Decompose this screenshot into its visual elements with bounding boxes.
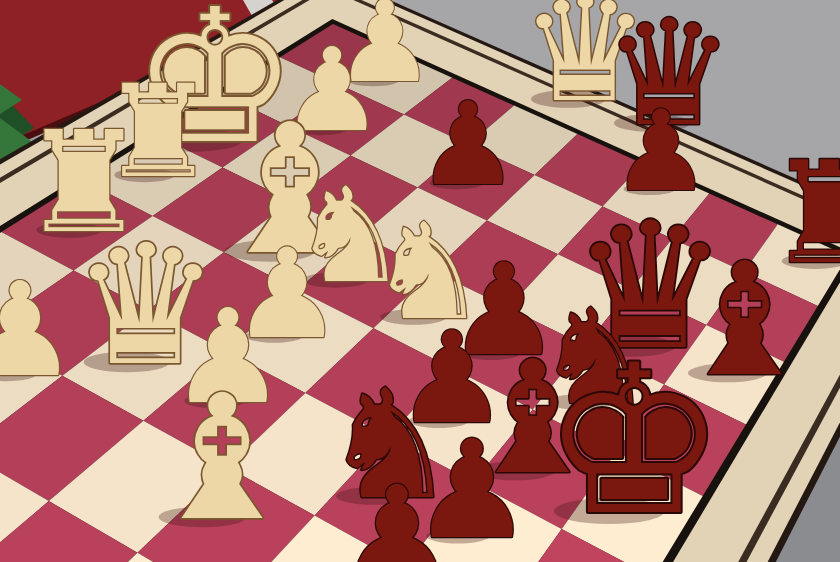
piece-white-pawn-g2: ♟ [0,254,78,406]
piece-red-king-e8: ♚ [542,321,727,561]
piece-white-bishop-g5: ♝ [144,357,299,559]
piece-red-pawn-g7: ♟ [336,457,458,562]
chessboard-photo: ♟♛♛♟♚♜♟♟♜♝♜♞♞♟♛♟♛♝♟♟♞♟♝♞♚♝♟♟ [0,0,840,562]
chess-photo-scene: ♟♛♛♟♚♜♟♟♜♝♜♞♞♟♛♟♛♝♟♟♞♟♝♞♚♝♟♟ chess [0,0,840,562]
piece-red-pawn-b4: ♟ [416,77,519,211]
